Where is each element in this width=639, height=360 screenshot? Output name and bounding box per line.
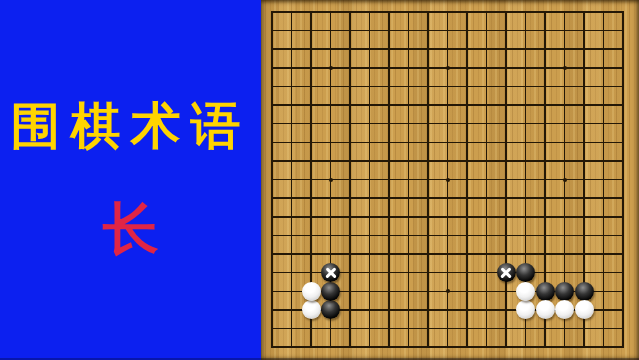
- black-stone[interactable]: [321, 300, 340, 319]
- lesson-series-title: 围棋术语: [0, 101, 261, 151]
- title-panel: 围棋术语 长: [0, 0, 261, 360]
- star-point: [446, 289, 450, 293]
- grid-line: [603, 11, 605, 348]
- grid-line: [466, 11, 468, 348]
- star-point: [329, 66, 333, 70]
- star-point: [563, 178, 567, 182]
- black-stone[interactable]: [536, 282, 555, 301]
- black-stone[interactable]: [321, 263, 340, 282]
- star-point: [329, 178, 333, 182]
- white-stone[interactable]: [302, 282, 321, 301]
- white-stone[interactable]: [516, 282, 535, 301]
- black-stone[interactable]: [555, 282, 574, 301]
- star-point: [563, 66, 567, 70]
- x-mark-icon: [497, 263, 516, 282]
- black-stone[interactable]: [497, 263, 516, 282]
- grid-line: [271, 235, 624, 237]
- grid-line: [271, 216, 624, 218]
- white-stone[interactable]: [516, 300, 535, 319]
- grid-line: [271, 346, 624, 348]
- white-stone[interactable]: [555, 300, 574, 319]
- grid-line: [271, 197, 624, 199]
- go-board[interactable]: [261, 0, 639, 360]
- white-stone[interactable]: [302, 300, 321, 319]
- white-stone[interactable]: [536, 300, 555, 319]
- grid-line: [486, 11, 488, 348]
- grid-line: [622, 11, 624, 348]
- grid-line: [271, 328, 624, 330]
- x-mark-icon: [321, 263, 340, 282]
- black-stone[interactable]: [516, 263, 535, 282]
- grid-line: [505, 11, 507, 348]
- black-stone[interactable]: [575, 282, 594, 301]
- go-term-label: 长: [0, 201, 261, 257]
- star-point: [446, 66, 450, 70]
- grid-line: [271, 253, 624, 255]
- screenshot-frame: 围棋术语 长: [0, 0, 639, 360]
- star-point: [446, 178, 450, 182]
- white-stone[interactable]: [575, 300, 594, 319]
- black-stone[interactable]: [321, 282, 340, 301]
